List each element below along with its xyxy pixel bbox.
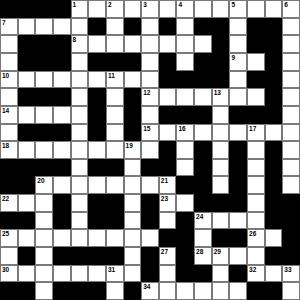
grid-cell-r14c9[interactable]: 27 bbox=[159, 247, 177, 265]
grid-cell-r10c7[interactable] bbox=[124, 176, 142, 194]
black-cell-r4c12 bbox=[212, 71, 230, 89]
black-cell-r12c6 bbox=[106, 212, 124, 230]
grid-cell-r4c13[interactable] bbox=[229, 71, 247, 89]
black-cell-r12c15 bbox=[265, 212, 283, 230]
black-cell-r2c1 bbox=[18, 35, 36, 53]
black-cell-r14c3 bbox=[53, 247, 71, 265]
grid-cell-r16c12[interactable] bbox=[212, 282, 230, 300]
black-cell-r6c9 bbox=[159, 106, 177, 124]
black-cell-r6c13 bbox=[229, 106, 247, 124]
black-cell-r16c5 bbox=[88, 282, 106, 300]
grid-cell-r11c10[interactable] bbox=[176, 194, 194, 212]
black-cell-r10c0 bbox=[0, 176, 18, 194]
black-cell-r2c2 bbox=[35, 35, 53, 53]
grid-cell-r15c16[interactable]: 33 bbox=[282, 265, 300, 283]
grid-cell-r13c1[interactable] bbox=[18, 229, 36, 247]
grid-cell-r4c8[interactable] bbox=[141, 71, 159, 89]
grid-cell-r5c8[interactable]: 12 bbox=[141, 88, 159, 106]
grid-cell-r0c16[interactable]: 6 bbox=[282, 0, 300, 18]
clue-number-33: 33 bbox=[284, 266, 291, 273]
black-cell-r14c6 bbox=[106, 247, 124, 265]
grid-cell-r6c2[interactable] bbox=[35, 106, 53, 124]
black-cell-r2c12 bbox=[212, 35, 230, 53]
grid-cell-r7c11[interactable] bbox=[194, 124, 212, 142]
grid-cell-r16c2[interactable] bbox=[35, 282, 53, 300]
black-cell-r12c1 bbox=[18, 212, 36, 230]
black-cell-r12c8 bbox=[141, 212, 159, 230]
clue-number-29: 29 bbox=[214, 248, 221, 255]
grid-cell-r11c1[interactable] bbox=[18, 194, 36, 212]
black-cell-r3c9 bbox=[159, 53, 177, 71]
black-cell-r13c9 bbox=[159, 229, 177, 247]
black-cell-r2c3 bbox=[53, 35, 71, 53]
black-cell-r9c15 bbox=[265, 159, 283, 177]
grid-cell-r7c0[interactable] bbox=[0, 124, 18, 142]
clue-number-17: 17 bbox=[249, 125, 256, 132]
black-cell-r3c1 bbox=[18, 53, 36, 71]
grid-cell-r4c6[interactable]: 11 bbox=[106, 71, 124, 89]
grid-cell-r11c9[interactable]: 23 bbox=[159, 194, 177, 212]
grid-cell-r3c8[interactable] bbox=[141, 53, 159, 71]
clue-number-6: 6 bbox=[284, 1, 288, 8]
grid-cell-r12c13[interactable] bbox=[229, 212, 247, 230]
black-cell-r10c13 bbox=[229, 176, 247, 194]
grid-cell-r2c0[interactable] bbox=[0, 35, 18, 53]
grid-cell-r8c8[interactable] bbox=[141, 141, 159, 159]
clue-number-21: 21 bbox=[161, 177, 168, 184]
grid-cell-r13c11[interactable] bbox=[194, 229, 212, 247]
grid-cell-r0c6[interactable]: 2 bbox=[106, 0, 124, 18]
clue-number-26: 26 bbox=[249, 230, 256, 237]
grid-cell-r6c16[interactable] bbox=[282, 106, 300, 124]
clue-number-13: 13 bbox=[214, 89, 221, 96]
black-cell-r14c15 bbox=[265, 247, 283, 265]
grid-cell-r9c7[interactable] bbox=[124, 159, 142, 177]
black-cell-r0c3 bbox=[53, 0, 71, 18]
grid-cell-r14c7[interactable] bbox=[124, 247, 142, 265]
black-cell-r7c7 bbox=[124, 124, 142, 142]
grid-cell-r8c1[interactable] bbox=[18, 141, 36, 159]
grid-cell-r7c10[interactable]: 16 bbox=[176, 124, 194, 142]
grid-cell-r10c12[interactable] bbox=[212, 176, 230, 194]
grid-cell-r12c11[interactable]: 24 bbox=[194, 212, 212, 230]
black-cell-r11c5 bbox=[88, 194, 106, 212]
clue-number-10: 10 bbox=[2, 72, 9, 79]
grid-cell-r4c2[interactable] bbox=[35, 71, 53, 89]
grid-cell-r13c15[interactable] bbox=[265, 229, 283, 247]
grid-cell-r11c0[interactable]: 22 bbox=[0, 194, 18, 212]
black-cell-r4c11 bbox=[194, 71, 212, 89]
grid-cell-r9c14[interactable] bbox=[247, 159, 265, 177]
grid-cell-r7c4[interactable] bbox=[71, 124, 89, 142]
black-cell-r11c15 bbox=[265, 194, 283, 212]
grid-cell-r7c9[interactable] bbox=[159, 124, 177, 142]
black-cell-r14c5 bbox=[88, 247, 106, 265]
black-cell-r9c8 bbox=[141, 159, 159, 177]
grid-cell-r1c0[interactable]: 7 bbox=[0, 18, 18, 36]
grid-cell-r6c6[interactable] bbox=[106, 106, 124, 124]
grid-cell-r13c7[interactable] bbox=[124, 229, 142, 247]
black-cell-r7c3 bbox=[53, 124, 71, 142]
grid-cell-r0c5[interactable] bbox=[88, 0, 106, 18]
grid-cell-r2c7[interactable] bbox=[124, 35, 142, 53]
grid-cell-r14c12[interactable]: 29 bbox=[212, 247, 230, 265]
grid-cell-r1c2[interactable] bbox=[35, 18, 53, 36]
clue-number-24: 24 bbox=[196, 213, 203, 220]
grid-cell-r15c9[interactable] bbox=[159, 265, 177, 283]
black-cell-r1c15 bbox=[265, 18, 283, 36]
grid-cell-r10c9[interactable]: 21 bbox=[159, 176, 177, 194]
black-cell-r3c2 bbox=[35, 53, 53, 71]
clue-number-5: 5 bbox=[231, 1, 235, 8]
grid-cell-r10c8[interactable] bbox=[141, 176, 159, 194]
grid-cell-r5c14[interactable] bbox=[247, 88, 265, 106]
black-cell-r9c9 bbox=[159, 159, 177, 177]
black-cell-r1c11 bbox=[194, 18, 212, 36]
grid-cell-r10c3[interactable] bbox=[53, 176, 71, 194]
grid-cell-r14c11[interactable]: 28 bbox=[194, 247, 212, 265]
grid-cell-r13c4[interactable] bbox=[71, 229, 89, 247]
black-cell-r8c13 bbox=[229, 141, 247, 159]
grid-cell-r0c4[interactable]: 1 bbox=[71, 0, 89, 18]
grid-cell-r8c2[interactable] bbox=[35, 141, 53, 159]
grid-cell-r14c0[interactable] bbox=[0, 247, 18, 265]
grid-cell-r2c5[interactable] bbox=[88, 35, 106, 53]
grid-cell-r6c0[interactable]: 14 bbox=[0, 106, 18, 124]
grid-cell-r4c1[interactable] bbox=[18, 71, 36, 89]
grid-cell-r7c13[interactable] bbox=[229, 124, 247, 142]
grid-cell-r8c16[interactable] bbox=[282, 141, 300, 159]
black-cell-r11c13 bbox=[229, 194, 247, 212]
grid-cell-r1c1[interactable] bbox=[18, 18, 36, 36]
black-cell-r16c4 bbox=[71, 282, 89, 300]
grid-cell-r16c8[interactable]: 34 bbox=[141, 282, 159, 300]
grid-cell-r1c13[interactable] bbox=[229, 18, 247, 36]
grid-cell-r15c15[interactable] bbox=[265, 265, 283, 283]
grid-cell-r16c13[interactable] bbox=[229, 282, 247, 300]
grid-cell-r8c10[interactable] bbox=[176, 141, 194, 159]
black-cell-r6c5 bbox=[88, 106, 106, 124]
grid-cell-r0c10[interactable]: 4 bbox=[176, 0, 194, 18]
black-cell-r2c15 bbox=[265, 35, 283, 53]
black-cell-r4c14 bbox=[247, 71, 265, 89]
black-cell-r3c15 bbox=[265, 53, 283, 71]
clue-number-4: 4 bbox=[178, 1, 182, 8]
black-cell-r3c12 bbox=[212, 53, 230, 71]
grid-cell-r4c4[interactable] bbox=[71, 71, 89, 89]
grid-cell-r2c9[interactable] bbox=[159, 35, 177, 53]
grid-cell-r14c2[interactable] bbox=[35, 247, 53, 265]
grid-cell-r2c8[interactable] bbox=[141, 35, 159, 53]
grid-cell-r7c14[interactable]: 17 bbox=[247, 124, 265, 142]
grid-cell-r5c16[interactable] bbox=[282, 88, 300, 106]
black-cell-r10c15 bbox=[265, 176, 283, 194]
clue-number-32: 32 bbox=[249, 266, 256, 273]
grid-cell-r11c2[interactable] bbox=[35, 194, 53, 212]
grid-cell-r9c12[interactable] bbox=[212, 159, 230, 177]
grid-cell-r2c10[interactable] bbox=[176, 35, 194, 53]
black-cell-r8c15 bbox=[265, 141, 283, 159]
grid-cell-r5c9[interactable] bbox=[159, 88, 177, 106]
black-cell-r6c15 bbox=[265, 106, 283, 124]
black-cell-r10c1 bbox=[18, 176, 36, 194]
black-cell-r9c3 bbox=[53, 159, 71, 177]
grid-cell-r0c15[interactable] bbox=[265, 0, 283, 18]
black-cell-r12c5 bbox=[88, 212, 106, 230]
grid-cell-r13c14[interactable]: 26 bbox=[247, 229, 265, 247]
grid-cell-r1c4[interactable] bbox=[71, 18, 89, 36]
black-cell-r7c2 bbox=[35, 124, 53, 142]
black-cell-r9c5 bbox=[88, 159, 106, 177]
clue-number-25: 25 bbox=[2, 230, 9, 237]
grid-cell-r3c10[interactable] bbox=[176, 53, 194, 71]
clue-number-27: 27 bbox=[161, 248, 168, 255]
grid-cell-r8c3[interactable] bbox=[53, 141, 71, 159]
grid-cell-r0c11[interactable] bbox=[194, 0, 212, 18]
black-cell-r10c11 bbox=[194, 176, 212, 194]
black-cell-r9c6 bbox=[106, 159, 124, 177]
black-cell-r5c7 bbox=[124, 88, 142, 106]
grid-cell-r2c13[interactable] bbox=[229, 35, 247, 53]
black-cell-r5c15 bbox=[265, 88, 283, 106]
grid-cell-r10c14[interactable] bbox=[247, 176, 265, 194]
grid-cell-r15c2[interactable] bbox=[35, 265, 53, 283]
grid-cell-r16c6[interactable] bbox=[106, 282, 124, 300]
clue-number-15: 15 bbox=[143, 125, 150, 132]
black-cell-r13c16 bbox=[282, 229, 300, 247]
grid-cell-r8c6[interactable] bbox=[106, 141, 124, 159]
black-cell-r6c11 bbox=[194, 106, 212, 124]
black-cell-r8c9 bbox=[159, 141, 177, 159]
black-cell-r11c3 bbox=[53, 194, 71, 212]
grid-cell-r7c15[interactable] bbox=[265, 124, 283, 142]
black-cell-r11c11 bbox=[194, 194, 212, 212]
grid-cell-r12c14[interactable] bbox=[247, 212, 265, 230]
grid-cell-r8c5[interactable] bbox=[88, 141, 106, 159]
black-cell-r15c10 bbox=[176, 265, 194, 283]
grid-cell-r1c6[interactable] bbox=[106, 18, 124, 36]
grid-cell-r4c0[interactable]: 10 bbox=[0, 71, 18, 89]
grid-cell-r8c14[interactable] bbox=[247, 141, 265, 159]
black-cell-r14c10 bbox=[176, 247, 194, 265]
clue-number-34: 34 bbox=[143, 283, 150, 290]
black-cell-r5c1 bbox=[18, 88, 36, 106]
grid-cell-r11c7[interactable] bbox=[124, 194, 142, 212]
black-cell-r15c13 bbox=[229, 265, 247, 283]
grid-cell-r10c4[interactable] bbox=[71, 176, 89, 194]
grid-cell-r13c8[interactable] bbox=[141, 229, 159, 247]
grid-cell-r3c4[interactable] bbox=[71, 53, 89, 71]
grid-cell-r15c0[interactable]: 30 bbox=[0, 265, 18, 283]
black-cell-r1c12 bbox=[212, 18, 230, 36]
black-cell-r1c14 bbox=[247, 18, 265, 36]
grid-cell-r0c9[interactable] bbox=[159, 0, 177, 18]
grid-cell-r4c16[interactable] bbox=[282, 71, 300, 89]
grid-cell-r13c3[interactable] bbox=[53, 229, 71, 247]
grid-cell-r5c4[interactable] bbox=[71, 88, 89, 106]
grid-cell-r14c13[interactable] bbox=[229, 247, 247, 265]
black-cell-r12c10 bbox=[176, 212, 194, 230]
black-cell-r11c6 bbox=[106, 194, 124, 212]
grid-cell-r12c2[interactable] bbox=[35, 212, 53, 230]
black-cell-r6c14 bbox=[247, 106, 265, 124]
grid-cell-r11c14[interactable] bbox=[247, 194, 265, 212]
black-cell-r13c12 bbox=[212, 229, 230, 247]
black-cell-r5c3 bbox=[53, 88, 71, 106]
grid-cell-r12c7[interactable] bbox=[124, 212, 142, 230]
grid-cell-r9c10[interactable] bbox=[176, 159, 194, 177]
black-cell-r0c0 bbox=[0, 0, 18, 18]
grid-cell-r2c4[interactable]: 8 bbox=[71, 35, 89, 53]
black-cell-r2c14 bbox=[247, 35, 265, 53]
grid-cell-r3c0[interactable] bbox=[0, 53, 18, 71]
grid-cell-r15c6[interactable]: 31 bbox=[106, 265, 124, 283]
black-cell-r3c5 bbox=[88, 53, 106, 71]
grid-cell-r1c10[interactable] bbox=[176, 18, 194, 36]
black-cell-r10c10 bbox=[176, 176, 194, 194]
grid-cell-r1c16[interactable] bbox=[282, 18, 300, 36]
grid-cell-r6c3[interactable] bbox=[53, 106, 71, 124]
grid-cell-r6c1[interactable] bbox=[18, 106, 36, 124]
grid-cell-r4c5[interactable] bbox=[88, 71, 106, 89]
black-cell-r7c5 bbox=[88, 124, 106, 142]
clue-number-31: 31 bbox=[108, 266, 115, 273]
grid-cell-r7c6[interactable] bbox=[106, 124, 124, 142]
grid-cell-r12c12[interactable] bbox=[212, 212, 230, 230]
grid-cell-r2c11[interactable] bbox=[194, 35, 212, 53]
grid-cell-r0c8[interactable]: 3 bbox=[141, 0, 159, 18]
black-cell-r1c9 bbox=[159, 18, 177, 36]
clue-number-16: 16 bbox=[178, 125, 185, 132]
grid-cell-r16c10[interactable] bbox=[176, 282, 194, 300]
grid-cell-r5c0[interactable] bbox=[0, 88, 18, 106]
grid-cell-r10c5[interactable] bbox=[88, 176, 106, 194]
grid-cell-r13c0[interactable]: 25 bbox=[0, 229, 18, 247]
grid-cell-r16c16[interactable] bbox=[282, 282, 300, 300]
grid-cell-r3c13[interactable]: 9 bbox=[229, 53, 247, 71]
grid-cell-r5c11[interactable] bbox=[194, 88, 212, 106]
black-cell-r12c16 bbox=[282, 212, 300, 230]
black-cell-r9c13 bbox=[229, 159, 247, 177]
clue-number-20: 20 bbox=[37, 177, 44, 184]
crossword-grid: 1234567891011121314151617181920212223242… bbox=[0, 0, 300, 300]
grid-cell-r8c4[interactable] bbox=[71, 141, 89, 159]
clue-number-22: 22 bbox=[2, 195, 9, 202]
grid-cell-r3c14[interactable] bbox=[247, 53, 265, 71]
black-cell-r6c10 bbox=[176, 106, 194, 124]
grid-cell-r15c5[interactable] bbox=[88, 265, 106, 283]
grid-cell-r15c3[interactable] bbox=[53, 265, 71, 283]
grid-cell-r10c16[interactable] bbox=[282, 176, 300, 194]
black-cell-r4c9 bbox=[159, 71, 177, 89]
grid-cell-r16c9[interactable] bbox=[159, 282, 177, 300]
black-cell-r16c7 bbox=[124, 282, 142, 300]
grid-cell-r5c13[interactable] bbox=[229, 88, 247, 106]
grid-cell-r15c4[interactable] bbox=[71, 265, 89, 283]
black-cell-r3c11 bbox=[194, 53, 212, 71]
grid-cell-r15c7[interactable] bbox=[124, 265, 142, 283]
grid-cell-r2c16[interactable] bbox=[282, 35, 300, 53]
black-cell-r11c16 bbox=[282, 194, 300, 212]
black-cell-r16c0 bbox=[0, 282, 18, 300]
black-cell-r3c3 bbox=[53, 53, 71, 71]
grid-cell-r15c14[interactable]: 32 bbox=[247, 265, 265, 283]
black-cell-r5c2 bbox=[35, 88, 53, 106]
black-cell-r14c16 bbox=[282, 247, 300, 265]
grid-cell-r7c16[interactable] bbox=[282, 124, 300, 142]
black-cell-r14c8 bbox=[141, 247, 159, 265]
grid-cell-r15c1[interactable] bbox=[18, 265, 36, 283]
clue-number-23: 23 bbox=[161, 195, 168, 202]
grid-cell-r9c4[interactable] bbox=[71, 159, 89, 177]
grid-cell-r0c13[interactable]: 5 bbox=[229, 0, 247, 18]
grid-cell-r12c4[interactable] bbox=[71, 212, 89, 230]
grid-cell-r16c11[interactable] bbox=[194, 282, 212, 300]
black-cell-r0c1 bbox=[18, 0, 36, 18]
grid-cell-r14c14[interactable] bbox=[247, 247, 265, 265]
grid-cell-r2c6[interactable] bbox=[106, 35, 124, 53]
grid-cell-r10c2[interactable]: 20 bbox=[35, 176, 53, 194]
black-cell-r9c0 bbox=[0, 159, 18, 177]
grid-cell-r7c8[interactable]: 15 bbox=[141, 124, 159, 142]
grid-cell-r8c0[interactable]: 18 bbox=[0, 141, 18, 159]
grid-cell-r4c7[interactable] bbox=[124, 71, 142, 89]
black-cell-r16c14 bbox=[247, 282, 265, 300]
grid-cell-r1c3[interactable] bbox=[53, 18, 71, 36]
black-cell-r9c2 bbox=[35, 159, 53, 177]
grid-cell-r6c4[interactable] bbox=[71, 106, 89, 124]
grid-cell-r5c10[interactable] bbox=[176, 88, 194, 106]
grid-cell-r7c12[interactable] bbox=[212, 124, 230, 142]
clue-number-1: 1 bbox=[73, 1, 77, 8]
grid-cell-r10c6[interactable] bbox=[106, 176, 124, 194]
grid-cell-r5c6[interactable] bbox=[106, 88, 124, 106]
grid-cell-r3c16[interactable] bbox=[282, 53, 300, 71]
grid-cell-r8c12[interactable] bbox=[212, 141, 230, 159]
black-cell-r1c7 bbox=[124, 18, 142, 36]
black-cell-r3c6 bbox=[106, 53, 124, 71]
grid-cell-r11c4[interactable] bbox=[71, 194, 89, 212]
grid-cell-r9c16[interactable] bbox=[282, 159, 300, 177]
black-cell-r12c0 bbox=[0, 212, 18, 230]
clue-number-28: 28 bbox=[196, 248, 203, 255]
clue-number-18: 18 bbox=[2, 142, 9, 149]
grid-cell-r0c12[interactable] bbox=[212, 0, 230, 18]
grid-cell-r8c7[interactable]: 19 bbox=[124, 141, 142, 159]
grid-cell-r13c2[interactable] bbox=[35, 229, 53, 247]
black-cell-r12c3 bbox=[53, 212, 71, 230]
black-cell-r3c7 bbox=[124, 53, 142, 71]
clue-number-30: 30 bbox=[2, 266, 9, 273]
grid-cell-r13c5[interactable] bbox=[88, 229, 106, 247]
grid-cell-r0c7[interactable] bbox=[124, 0, 142, 18]
grid-cell-r12c9[interactable] bbox=[159, 212, 177, 230]
grid-cell-r6c12[interactable] bbox=[212, 106, 230, 124]
grid-cell-r6c8[interactable] bbox=[141, 106, 159, 124]
black-cell-r15c8 bbox=[141, 265, 159, 283]
grid-cell-r13c6[interactable] bbox=[106, 229, 124, 247]
black-cell-r16c3 bbox=[53, 282, 71, 300]
black-cell-r5c5 bbox=[88, 88, 106, 106]
black-cell-r16c15 bbox=[265, 282, 283, 300]
black-cell-r16c1 bbox=[18, 282, 36, 300]
grid-cell-r15c12[interactable] bbox=[212, 265, 230, 283]
grid-cell-r4c3[interactable] bbox=[53, 71, 71, 89]
grid-cell-r1c8[interactable] bbox=[141, 18, 159, 36]
black-cell-r9c11 bbox=[194, 159, 212, 177]
grid-cell-r5c12[interactable]: 13 bbox=[212, 88, 230, 106]
grid-cell-r0c14[interactable] bbox=[247, 0, 265, 18]
